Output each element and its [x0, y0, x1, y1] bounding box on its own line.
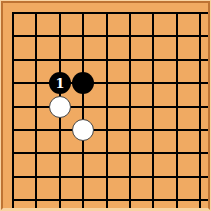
grid-vertical-line: [12, 12, 14, 208]
grid-horizontal-line: [12, 129, 208, 131]
grid-vertical-line: [176, 12, 178, 208]
grid-vertical-line: [199, 12, 201, 208]
grid-horizontal-line: [12, 59, 208, 61]
grid-horizontal-line: [12, 176, 208, 178]
grid-vertical-line: [152, 12, 154, 208]
go-board-grid: 1: [3, 3, 208, 208]
grid-horizontal-line: [12, 152, 208, 154]
board-frame: 1: [1, 1, 210, 210]
grid-horizontal-line: [12, 199, 208, 201]
grid-vertical-line: [82, 12, 84, 208]
grid-horizontal-line: [12, 106, 208, 108]
grid-vertical-line: [129, 12, 131, 208]
grid-horizontal-line: [12, 82, 208, 84]
grid-vertical-line: [35, 12, 37, 208]
grid-horizontal-line: [12, 12, 208, 14]
white-stone: [49, 96, 71, 118]
white-stone: [72, 119, 94, 141]
grid-vertical-line: [106, 12, 108, 208]
move-number-label: 1: [55, 77, 64, 90]
grid-horizontal-line: [12, 35, 208, 37]
go-board-diagram: 1: [0, 0, 211, 211]
black-stone: [72, 72, 94, 94]
black-stone: 1: [49, 72, 71, 94]
